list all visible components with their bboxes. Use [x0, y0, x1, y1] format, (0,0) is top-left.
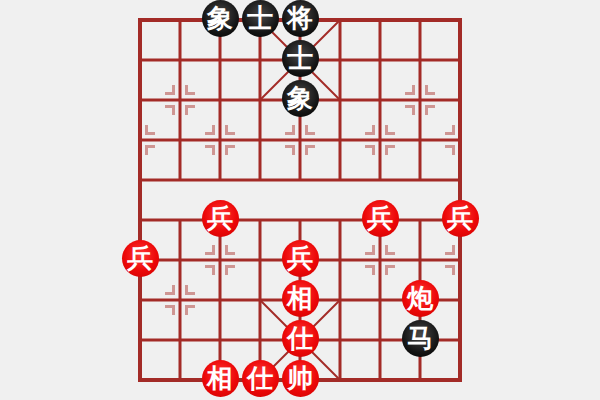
piece-red-pawn[interactable]: 兵 [362, 200, 399, 237]
piece-black-horse[interactable]: 马 [402, 320, 439, 357]
xiangqi-board: 象士将士象兵兵兵兵兵相炮仕马相仕帅 [120, 0, 480, 400]
piece-red-cannon[interactable]: 炮 [402, 280, 439, 317]
piece-black-elephant[interactable]: 象 [202, 0, 239, 37]
piece-red-pawn[interactable]: 兵 [122, 240, 159, 277]
piece-black-advisor[interactable]: 士 [282, 40, 319, 77]
piece-black-elephant[interactable]: 象 [282, 80, 319, 117]
piece-black-advisor[interactable]: 士 [242, 0, 279, 37]
xiangqi-app: 象士将士象兵兵兵兵兵相炮仕马相仕帅 [0, 0, 600, 400]
piece-red-elephant[interactable]: 相 [282, 280, 319, 317]
piece-black-general[interactable]: 将 [282, 0, 319, 37]
piece-red-advisor[interactable]: 仕 [242, 360, 279, 397]
piece-red-elephant[interactable]: 相 [202, 360, 239, 397]
piece-red-pawn[interactable]: 兵 [282, 240, 319, 277]
piece-red-general[interactable]: 帅 [282, 360, 319, 397]
piece-red-pawn[interactable]: 兵 [202, 200, 239, 237]
piece-red-advisor[interactable]: 仕 [282, 320, 319, 357]
piece-red-pawn[interactable]: 兵 [442, 200, 479, 237]
